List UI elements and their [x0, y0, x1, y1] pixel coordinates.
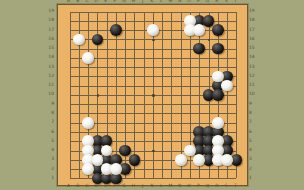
column-label-bottom: R — [213, 183, 221, 188]
column-label-top: C — [83, 0, 91, 3]
row-label-right: 4 — [249, 147, 252, 152]
column-label-top: P — [194, 0, 202, 3]
row-label-left: 15 — [46, 45, 54, 50]
column-label-top: R — [213, 0, 221, 3]
grid-line-horizontal — [70, 113, 237, 114]
column-label-bottom: D — [92, 183, 100, 188]
column-label-top: M — [166, 0, 174, 3]
row-label-right: 19 — [249, 8, 255, 13]
stone-white-E4[interactable] — [101, 145, 113, 157]
stone-white-B16[interactable] — [73, 34, 85, 46]
row-label-left: 16 — [46, 36, 54, 41]
stone-black-F17[interactable] — [110, 24, 122, 36]
row-label-left: 17 — [46, 27, 54, 32]
row-label-left: 14 — [46, 54, 54, 59]
stone-white-R7[interactable] — [212, 117, 224, 129]
row-label-left: 12 — [46, 73, 54, 78]
go-app-window: 1919181817171616151514141313121211111010… — [0, 0, 304, 190]
row-label-right: 10 — [249, 91, 255, 96]
row-label-left: 1 — [46, 175, 54, 180]
column-label-bottom: E — [102, 183, 110, 188]
row-label-left: 5 — [46, 138, 54, 143]
grid-line-vertical — [171, 12, 172, 179]
hoshi-point — [152, 94, 155, 97]
stone-white-S11[interactable] — [221, 80, 233, 92]
column-label-bottom: F — [111, 183, 119, 188]
stone-white-F2[interactable] — [110, 163, 122, 175]
column-label-bottom: K — [148, 183, 156, 188]
column-label-top: K — [148, 0, 156, 3]
column-label-bottom: N — [176, 183, 184, 188]
column-label-bottom: O — [185, 183, 193, 188]
row-label-right: 5 — [249, 138, 252, 143]
column-label-bottom: H — [129, 183, 137, 188]
row-label-left: 2 — [46, 166, 54, 171]
stone-white-P3[interactable] — [193, 154, 205, 166]
stone-white-C2[interactable] — [82, 163, 94, 175]
row-label-right: 1 — [249, 175, 252, 180]
stone-white-K17[interactable] — [147, 24, 159, 36]
column-label-top: B — [74, 0, 82, 3]
grid-line-horizontal — [70, 104, 237, 105]
column-label-bottom: A — [65, 183, 73, 188]
stone-black-R15[interactable] — [212, 43, 224, 55]
row-label-right: 13 — [249, 64, 255, 69]
column-label-top: J — [139, 0, 147, 3]
row-label-right: 9 — [249, 101, 252, 106]
column-label-bottom: S — [222, 183, 230, 188]
row-label-left: 7 — [46, 119, 54, 124]
column-label-top: D — [92, 0, 100, 3]
stone-black-R10[interactable] — [212, 89, 224, 101]
row-label-right: 3 — [249, 156, 252, 161]
column-label-bottom: Q — [204, 183, 212, 188]
column-label-top: L — [157, 0, 165, 3]
hoshi-point — [97, 94, 100, 97]
row-label-left: 13 — [46, 64, 54, 69]
row-label-left: 8 — [46, 110, 54, 115]
row-label-right: 14 — [249, 54, 255, 59]
row-label-left: 18 — [46, 17, 54, 22]
column-label-bottom: J — [139, 183, 147, 188]
row-label-right: 15 — [249, 45, 255, 50]
stone-black-R17[interactable] — [212, 24, 224, 36]
stone-white-N3[interactable] — [175, 154, 187, 166]
stone-white-C7[interactable] — [82, 117, 94, 129]
column-label-bottom: P — [194, 183, 202, 188]
hoshi-point — [152, 150, 155, 153]
row-label-right: 12 — [249, 73, 255, 78]
column-label-top: Q — [204, 0, 212, 3]
stone-black-D16[interactable] — [92, 34, 104, 46]
hoshi-point — [208, 39, 211, 42]
row-label-right: 18 — [249, 17, 255, 22]
column-label-top: T — [231, 0, 239, 3]
column-label-bottom: C — [83, 183, 91, 188]
row-label-right: 7 — [249, 119, 252, 124]
hoshi-point — [152, 39, 155, 42]
column-label-top: F — [111, 0, 119, 3]
row-label-right: 16 — [249, 36, 255, 41]
column-label-top: E — [102, 0, 110, 3]
stone-black-G4[interactable] — [119, 145, 131, 157]
stone-black-P15[interactable] — [193, 43, 205, 55]
stone-white-S3[interactable] — [221, 154, 233, 166]
row-label-left: 3 — [46, 156, 54, 161]
column-label-top: A — [65, 0, 73, 3]
column-label-top: S — [222, 0, 230, 3]
column-label-bottom: G — [120, 183, 128, 188]
stone-black-H3[interactable] — [129, 154, 141, 166]
column-label-bottom: L — [157, 183, 165, 188]
row-label-right: 6 — [249, 129, 252, 134]
row-label-left: 4 — [46, 147, 54, 152]
stone-white-C14[interactable] — [82, 52, 94, 64]
row-label-left: 10 — [46, 91, 54, 96]
stone-white-P17[interactable] — [193, 24, 205, 36]
go-board[interactable] — [57, 4, 248, 186]
stone-white-D3[interactable] — [92, 154, 104, 166]
column-label-bottom: M — [166, 183, 174, 188]
column-label-bottom: T — [231, 183, 239, 188]
column-label-top: H — [129, 0, 137, 3]
column-label-top: O — [185, 0, 193, 3]
row-label-left: 19 — [46, 8, 54, 13]
row-label-left: 11 — [46, 82, 54, 87]
column-label-top: G — [120, 0, 128, 3]
grid-line-vertical — [162, 12, 163, 179]
row-label-right: 2 — [249, 166, 252, 171]
column-label-top: N — [176, 0, 184, 3]
row-label-left: 9 — [46, 101, 54, 106]
row-label-left: 6 — [46, 129, 54, 134]
column-label-bottom: B — [74, 183, 82, 188]
row-label-right: 17 — [249, 27, 255, 32]
row-label-right: 8 — [249, 110, 252, 115]
row-label-right: 11 — [249, 82, 255, 87]
